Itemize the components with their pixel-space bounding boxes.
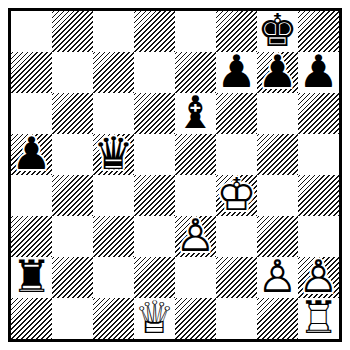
square-a3[interactable] xyxy=(11,216,52,257)
square-d7[interactable] xyxy=(134,52,175,93)
square-g4[interactable] xyxy=(257,175,298,216)
board-frame: ♚♟♟♟♝♟♛♚♔♟♙♜♟♙♟♙♛♕♜♖ xyxy=(8,8,342,342)
square-e5[interactable] xyxy=(175,134,216,175)
black-king: ♚ xyxy=(257,11,298,52)
square-g3[interactable] xyxy=(257,216,298,257)
square-h2[interactable]: ♟♙ xyxy=(298,257,339,298)
piece-glyph: ♛ xyxy=(93,133,134,174)
piece-fill-glyph: ♚ xyxy=(216,174,257,215)
square-c5[interactable]: ♛ xyxy=(93,134,134,175)
square-c4[interactable] xyxy=(93,175,134,216)
square-a7[interactable] xyxy=(11,52,52,93)
piece-outline-glyph: ♖ xyxy=(298,297,339,338)
piece-glyph: ♟ xyxy=(257,51,298,92)
square-a6[interactable] xyxy=(11,93,52,134)
square-e6[interactable]: ♝ xyxy=(175,93,216,134)
square-d2[interactable] xyxy=(134,257,175,298)
chess-diagram: ♚♟♟♟♝♟♛♚♔♟♙♜♟♙♟♙♛♕♜♖ xyxy=(8,8,342,342)
square-f4[interactable]: ♚♔ xyxy=(216,175,257,216)
white-king: ♚♔ xyxy=(216,175,257,216)
square-b2[interactable] xyxy=(52,257,93,298)
square-f6[interactable] xyxy=(216,93,257,134)
white-rook: ♜♖ xyxy=(298,298,339,339)
square-h6[interactable] xyxy=(298,93,339,134)
black-pawn: ♟ xyxy=(257,52,298,93)
piece-outline-glyph: ♙ xyxy=(175,215,216,256)
square-f2[interactable] xyxy=(216,257,257,298)
square-b5[interactable] xyxy=(52,134,93,175)
square-a8[interactable] xyxy=(11,11,52,52)
piece-outline-glyph: ♔ xyxy=(216,174,257,215)
square-g7[interactable]: ♟ xyxy=(257,52,298,93)
piece-outline-glyph: ♙ xyxy=(257,256,298,297)
square-d4[interactable] xyxy=(134,175,175,216)
white-pawn: ♟♙ xyxy=(298,257,339,298)
square-h1[interactable]: ♜♖ xyxy=(298,298,339,339)
square-g1[interactable] xyxy=(257,298,298,339)
white-pawn: ♟♙ xyxy=(175,216,216,257)
square-b6[interactable] xyxy=(52,93,93,134)
square-g5[interactable] xyxy=(257,134,298,175)
square-e2[interactable] xyxy=(175,257,216,298)
square-h8[interactable] xyxy=(298,11,339,52)
piece-fill-glyph: ♟ xyxy=(298,256,339,297)
square-d5[interactable] xyxy=(134,134,175,175)
square-c3[interactable] xyxy=(93,216,134,257)
piece-fill-glyph: ♟ xyxy=(175,215,216,256)
square-b4[interactable] xyxy=(52,175,93,216)
piece-glyph: ♟ xyxy=(11,133,52,174)
square-f8[interactable] xyxy=(216,11,257,52)
square-h4[interactable] xyxy=(298,175,339,216)
piece-glyph: ♜ xyxy=(11,256,52,297)
square-b8[interactable] xyxy=(52,11,93,52)
black-pawn: ♟ xyxy=(11,134,52,175)
square-b3[interactable] xyxy=(52,216,93,257)
square-e8[interactable] xyxy=(175,11,216,52)
square-c7[interactable] xyxy=(93,52,134,93)
square-h5[interactable] xyxy=(298,134,339,175)
square-c8[interactable] xyxy=(93,11,134,52)
square-a1[interactable] xyxy=(11,298,52,339)
chess-board: ♚♟♟♟♝♟♛♚♔♟♙♜♟♙♟♙♛♕♜♖ xyxy=(11,11,339,339)
piece-fill-glyph: ♜ xyxy=(298,297,339,338)
square-d6[interactable] xyxy=(134,93,175,134)
square-c1[interactable] xyxy=(93,298,134,339)
black-queen: ♛ xyxy=(93,134,134,175)
square-c2[interactable] xyxy=(93,257,134,298)
square-e3[interactable]: ♟♙ xyxy=(175,216,216,257)
square-g2[interactable]: ♟♙ xyxy=(257,257,298,298)
square-f1[interactable] xyxy=(216,298,257,339)
piece-fill-glyph: ♟ xyxy=(257,256,298,297)
square-a4[interactable] xyxy=(11,175,52,216)
square-a5[interactable]: ♟ xyxy=(11,134,52,175)
square-d3[interactable] xyxy=(134,216,175,257)
black-bishop: ♝ xyxy=(175,93,216,134)
piece-glyph: ♝ xyxy=(175,92,216,133)
square-c6[interactable] xyxy=(93,93,134,134)
square-b7[interactable] xyxy=(52,52,93,93)
piece-fill-glyph: ♛ xyxy=(134,297,175,338)
square-g6[interactable] xyxy=(257,93,298,134)
piece-glyph: ♟ xyxy=(216,51,257,92)
piece-glyph: ♟ xyxy=(298,51,339,92)
square-h3[interactable] xyxy=(298,216,339,257)
square-e4[interactable] xyxy=(175,175,216,216)
black-rook: ♜ xyxy=(11,257,52,298)
piece-outline-glyph: ♙ xyxy=(298,256,339,297)
square-h7[interactable]: ♟ xyxy=(298,52,339,93)
piece-glyph: ♚ xyxy=(257,10,298,51)
square-e1[interactable] xyxy=(175,298,216,339)
square-e7[interactable] xyxy=(175,52,216,93)
black-pawn: ♟ xyxy=(298,52,339,93)
square-f5[interactable] xyxy=(216,134,257,175)
white-pawn: ♟♙ xyxy=(257,257,298,298)
square-b1[interactable] xyxy=(52,298,93,339)
square-a2[interactable]: ♜ xyxy=(11,257,52,298)
square-f3[interactable] xyxy=(216,216,257,257)
square-d8[interactable] xyxy=(134,11,175,52)
square-g8[interactable]: ♚ xyxy=(257,11,298,52)
square-d1[interactable]: ♛♕ xyxy=(134,298,175,339)
black-pawn: ♟ xyxy=(216,52,257,93)
white-queen: ♛♕ xyxy=(134,298,175,339)
piece-outline-glyph: ♕ xyxy=(134,297,175,338)
square-f7[interactable]: ♟ xyxy=(216,52,257,93)
